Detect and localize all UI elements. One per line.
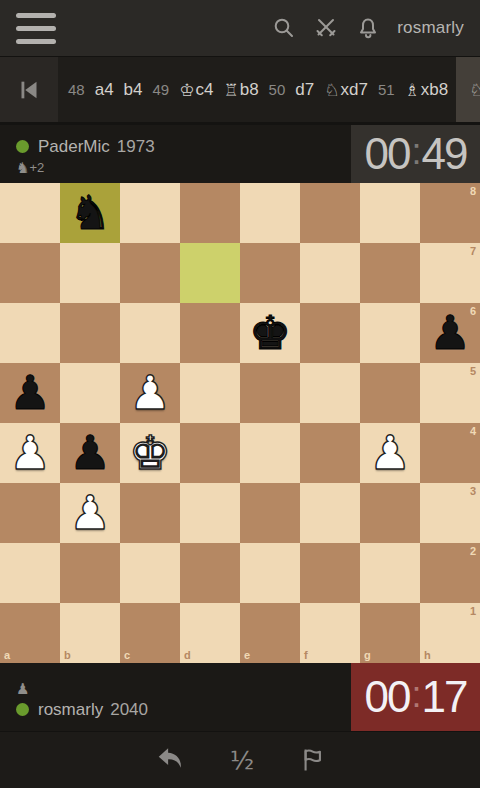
square-a7[interactable] (0, 243, 60, 303)
player-bottom-rating: 2040 (110, 700, 148, 720)
menu-icon[interactable] (16, 13, 56, 44)
square-h7[interactable]: 7 (420, 243, 480, 303)
move-piece-glyph: ♘ (324, 80, 339, 100)
captured-knight-icon: ♞ (16, 159, 29, 177)
file-label-h: h (424, 649, 431, 661)
square-d4[interactable] (180, 423, 240, 483)
player-bottom-info: ♟ rosmarly 2040 (0, 663, 351, 731)
player-top-name[interactable]: PaderMic (38, 137, 110, 157)
offer-draw-button[interactable]: ½ (230, 746, 254, 775)
square-c1[interactable]: c (120, 603, 180, 663)
square-f3[interactable] (300, 483, 360, 543)
skip-to-start-icon[interactable] (0, 57, 58, 122)
rank-label-7: 7 (470, 245, 476, 257)
square-a6[interactable] (0, 303, 60, 363)
resign-flag-icon[interactable] (298, 746, 326, 774)
square-e5[interactable] (240, 363, 300, 423)
move-token[interactable]: b4 (124, 80, 143, 100)
square-c6[interactable] (120, 303, 180, 363)
rank-label-8: 8 (470, 185, 476, 197)
square-d7[interactable] (180, 243, 240, 303)
square-a4[interactable]: ♟ (0, 423, 60, 483)
square-b3[interactable]: ♟ (60, 483, 120, 543)
online-dot (16, 703, 29, 716)
move-number: 50 (269, 81, 286, 98)
square-g5[interactable] (360, 363, 420, 423)
file-label-e: e (244, 649, 250, 661)
player-top-info: PaderMic 1973 ♞+2 (0, 125, 351, 183)
square-a3[interactable] (0, 483, 60, 543)
piece-white-pawn[interactable]: ♟ (120, 363, 180, 423)
square-c5[interactable]: ♟ (120, 363, 180, 423)
square-h5[interactable]: 5 (420, 363, 480, 423)
file-label-g: g (364, 649, 371, 661)
square-g3[interactable] (360, 483, 420, 543)
square-e3[interactable] (240, 483, 300, 543)
rank-label-5: 5 (470, 365, 476, 377)
move-token[interactable]: ♗xb8 (405, 80, 449, 100)
square-d6[interactable] (180, 303, 240, 363)
piece-white-pawn[interactable]: ♟ (60, 483, 120, 543)
square-h6[interactable]: 6♟ (420, 303, 480, 363)
square-b4[interactable]: ♟ (60, 423, 120, 483)
clock-top: 00:49 (351, 125, 480, 183)
file-label-f: f (304, 649, 308, 661)
square-c2[interactable] (120, 543, 180, 603)
move-number: 49 (153, 81, 170, 98)
rank-label-2: 2 (470, 545, 476, 557)
square-d2[interactable] (180, 543, 240, 603)
move-piece-glyph: ♔ (179, 80, 194, 100)
search-icon[interactable] (269, 13, 299, 43)
square-d3[interactable] (180, 483, 240, 543)
square-d8[interactable] (180, 183, 240, 243)
player-bottom-material: ♟ (16, 680, 351, 698)
takeback-icon[interactable] (154, 745, 186, 775)
username[interactable]: rosmarly (397, 18, 464, 38)
move-token[interactable]: d7 (295, 80, 314, 100)
square-b8[interactable]: ♞ (60, 183, 120, 243)
square-g2[interactable] (360, 543, 420, 603)
square-g8[interactable] (360, 183, 420, 243)
square-f2[interactable] (300, 543, 360, 603)
move-token[interactable]: ♔c4 (179, 80, 213, 100)
square-b2[interactable] (60, 543, 120, 603)
square-c4[interactable]: ♚ (120, 423, 180, 483)
square-h8[interactable]: 8 (420, 183, 480, 243)
crossed-swords-icon[interactable] (311, 13, 341, 43)
move-list: 48a4b449♔c4♖b850d7♘xd751♗xb8♘xb8 (58, 57, 480, 122)
player-bottom: ♟ rosmarly 2040 00:17 (0, 663, 480, 731)
square-h1[interactable]: 1h (420, 603, 480, 663)
clock-bottom: 00:17 (351, 663, 480, 731)
player-top: PaderMic 1973 ♞+2 00:49 (0, 125, 480, 183)
piece-white-king[interactable]: ♚ (120, 423, 180, 483)
square-h4[interactable]: 4 (420, 423, 480, 483)
square-a5[interactable]: ♟ (0, 363, 60, 423)
rank-label-4: 4 (470, 425, 476, 437)
file-label-d: d (184, 649, 191, 661)
square-g1[interactable]: g (360, 603, 420, 663)
move-token[interactable]: ♘xd7 (324, 80, 368, 100)
material-score: +2 (29, 160, 44, 175)
rank-label-1: 1 (470, 605, 476, 617)
square-g6[interactable] (360, 303, 420, 363)
top-bar: rosmarly (0, 0, 480, 57)
square-f8[interactable] (300, 183, 360, 243)
square-a1[interactable]: a (0, 603, 60, 663)
move-piece-glyph: ♗ (405, 80, 420, 100)
square-e1[interactable]: e (240, 603, 300, 663)
square-a2[interactable] (0, 543, 60, 603)
square-b6[interactable] (60, 303, 120, 363)
move-bar: 48a4b449♔c4♖b850d7♘xd751♗xb8♘xb8 (0, 57, 480, 125)
piece-black-king[interactable]: ♚ (240, 303, 300, 363)
captured-pawn-icon: ♟ (16, 680, 29, 698)
move-token[interactable]: a4 (95, 80, 114, 100)
clock-bottom-digits: 00:17 (365, 672, 467, 722)
piece-white-pawn[interactable]: ♟ (360, 423, 420, 483)
square-g7[interactable] (360, 243, 420, 303)
square-e2[interactable] (240, 543, 300, 603)
square-d5[interactable] (180, 363, 240, 423)
clock-top-digits: 00:49 (365, 129, 467, 179)
file-label-c: c (124, 649, 130, 661)
square-e4[interactable] (240, 423, 300, 483)
square-b7[interactable] (60, 243, 120, 303)
chess-app: rosmarly 48a4b449♔c4♖b850d7♘xd751♗xb8♘xb… (0, 0, 480, 788)
move-number: 48 (68, 81, 85, 98)
square-a8[interactable] (0, 183, 60, 243)
square-f1[interactable]: f (300, 603, 360, 663)
square-c8[interactable] (120, 183, 180, 243)
move-piece-glyph: ♘ (469, 80, 480, 100)
online-dot (16, 140, 29, 153)
square-f6[interactable] (300, 303, 360, 363)
square-e6[interactable]: ♚ (240, 303, 300, 363)
move-number: 51 (378, 81, 395, 98)
square-c3[interactable] (120, 483, 180, 543)
file-label-a: a (4, 649, 10, 661)
player-top-rating: 1973 (117, 137, 155, 157)
piece-black-pawn[interactable]: ♟ (60, 423, 120, 483)
square-b5[interactable] (60, 363, 120, 423)
piece-black-pawn[interactable]: ♟ (0, 363, 60, 423)
square-e7[interactable] (240, 243, 300, 303)
square-e8[interactable] (240, 183, 300, 243)
bell-icon[interactable] (353, 13, 383, 43)
game-controls: ½ (0, 731, 480, 788)
move-piece-glyph: ♖ (223, 80, 238, 100)
square-d1[interactable]: d (180, 603, 240, 663)
square-f4[interactable] (300, 423, 360, 483)
move-token[interactable]: ♘xb8 (456, 57, 480, 122)
player-bottom-name[interactable]: rosmarly (38, 700, 103, 720)
rank-label-3: 3 (470, 485, 476, 497)
piece-black-pawn[interactable]: ♟ (420, 303, 480, 363)
piece-white-pawn[interactable]: ♟ (0, 423, 60, 483)
square-h3[interactable]: 3 (420, 483, 480, 543)
square-h2[interactable]: 2 (420, 543, 480, 603)
square-f7[interactable] (300, 243, 360, 303)
square-b1[interactable]: b (60, 603, 120, 663)
square-f5[interactable] (300, 363, 360, 423)
player-top-material: ♞+2 (16, 159, 351, 177)
square-c7[interactable] (120, 243, 180, 303)
board: ♞87♚6♟♟♟5♟♟♚♟4♟32abcdefg1h (0, 183, 480, 663)
file-label-b: b (64, 649, 71, 661)
piece-black-knight[interactable]: ♞ (60, 183, 120, 243)
square-g4[interactable]: ♟ (360, 423, 420, 483)
move-token[interactable]: ♖b8 (223, 80, 258, 100)
